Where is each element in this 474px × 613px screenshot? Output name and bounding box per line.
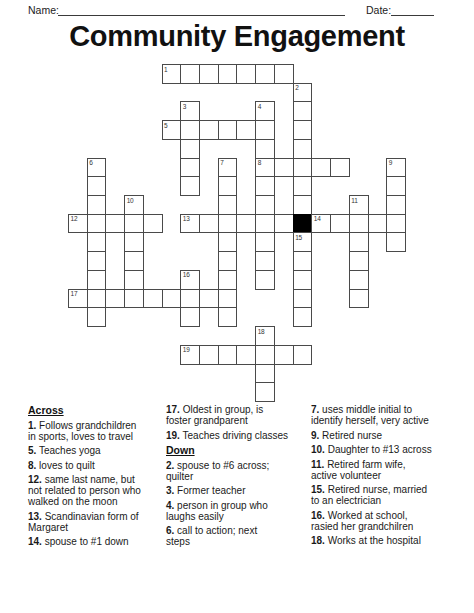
grid-cell[interactable] (180, 120, 200, 140)
date-label: Date: (366, 4, 391, 16)
grid-cell[interactable] (105, 214, 125, 234)
grid-cell[interactable]: 3 (180, 101, 200, 121)
grid-cell[interactable] (349, 289, 369, 309)
grid-cell[interactable] (124, 289, 144, 309)
grid-cell[interactable] (87, 214, 107, 234)
grid-cell[interactable] (255, 270, 275, 290)
grid-cell[interactable] (349, 251, 369, 271)
grid-cell[interactable] (255, 64, 275, 84)
clue-10: 10. Daughter to #13 across (311, 444, 463, 455)
grid-cell[interactable] (87, 232, 107, 252)
clue-17: 17. Oldest in group, is foster grandpare… (166, 404, 305, 426)
clue-number: 16 (183, 271, 190, 278)
clue-8: 8. loves to quilt (28, 460, 162, 471)
clue-number: 9 (389, 159, 392, 166)
grid-cell[interactable]: 5 (162, 120, 182, 140)
clue-number: 11 (351, 197, 357, 204)
grid-cell[interactable] (218, 214, 238, 234)
grid-cell[interactable] (218, 251, 238, 271)
name-line[interactable] (58, 2, 345, 16)
grid-cell[interactable]: 10 (124, 195, 144, 215)
date-line[interactable] (391, 2, 434, 16)
clue-number: 18 (258, 328, 265, 335)
clue-1: 1. Follows grandchildren in sports, love… (28, 420, 162, 442)
name-label: Name: (28, 4, 59, 16)
grid-cell[interactable]: 6 (87, 158, 107, 178)
grid-cell[interactable] (87, 195, 107, 215)
clue-number: 7 (220, 159, 223, 166)
grid-cell[interactable] (180, 307, 200, 327)
grid-cell[interactable] (293, 176, 313, 196)
clue-number: 19 (183, 346, 190, 353)
grid-cell[interactable] (143, 289, 163, 309)
clue-12: 12. same last name, but not related to p… (28, 474, 162, 507)
grid-cell[interactable] (218, 176, 238, 196)
clues-column-middle: 17. Oldest in group, is foster grandpare… (166, 404, 305, 551)
grid-cell[interactable] (386, 176, 406, 196)
grid-cell[interactable] (255, 139, 275, 159)
clue-number: 3 (183, 103, 186, 110)
clue-7: 7. uses middle initial to identify herse… (311, 404, 463, 426)
grid-cell[interactable] (255, 251, 275, 271)
grid-cell[interactable] (236, 64, 256, 84)
grid-cell[interactable] (255, 232, 275, 252)
grid-cell[interactable] (293, 251, 313, 271)
grid-cell[interactable] (180, 158, 200, 178)
grid-cell[interactable] (368, 214, 388, 234)
grid-cell[interactable] (293, 158, 313, 178)
grid-cell[interactable] (218, 64, 238, 84)
grid-cell[interactable] (124, 251, 144, 271)
clue-number: 17 (71, 290, 78, 297)
grid-cell[interactable] (255, 364, 275, 384)
clue-number: 10 (127, 197, 134, 204)
crossword-grid: 12345678910111213141516171819 (68, 64, 406, 402)
clue-13: 13. Scandinavian form of Margaret (28, 511, 162, 533)
grid-cell[interactable] (293, 195, 313, 215)
grid-cell[interactable]: 7 (218, 158, 238, 178)
grid-cell[interactable]: 1 (162, 64, 182, 84)
grid-cell[interactable] (218, 270, 238, 290)
grid-cell[interactable]: 9 (386, 158, 406, 178)
page-title: Community Engagement (0, 20, 474, 53)
grid-cell[interactable]: 4 (255, 101, 275, 121)
clue-2: 2. spouse to #6 across; quilter (166, 460, 305, 482)
grid-cell[interactable] (349, 232, 369, 252)
grid-cell[interactable]: 14 (311, 214, 331, 234)
grid-cell[interactable]: 12 (68, 214, 88, 234)
clue-number: 13 (183, 215, 190, 222)
grid-cell[interactable]: 11 (349, 195, 369, 215)
clues-column-right: 7. uses middle initial to identify herse… (311, 404, 463, 550)
grid-cell[interactable] (236, 214, 256, 234)
grid-cell[interactable] (199, 289, 219, 309)
grid-cell[interactable] (87, 251, 107, 271)
grid-cell[interactable] (386, 232, 406, 252)
clue-section-header: Down (166, 444, 305, 456)
grid-cell[interactable] (236, 120, 256, 140)
grid-cell[interactable] (218, 232, 238, 252)
grid-cell[interactable] (180, 289, 200, 309)
clues-column-left: Across1. Follows grandchildren in sports… (28, 404, 162, 551)
grid-cell[interactable] (274, 158, 294, 178)
grid-cell[interactable] (330, 158, 350, 178)
grid-cell[interactable] (124, 214, 144, 234)
clue-5: 5. Teaches yoga (28, 445, 162, 456)
clue-4: 4. person in group who laughs easily (166, 500, 305, 522)
grid-cell[interactable] (218, 195, 238, 215)
clue-number: 5 (164, 122, 167, 129)
grid-cell[interactable] (293, 307, 313, 327)
grid-cell[interactable] (386, 214, 406, 234)
clue-number: 12 (71, 215, 78, 222)
grid-cell[interactable] (293, 289, 313, 309)
grid-cell[interactable] (274, 64, 294, 84)
grid-cell[interactable] (180, 139, 200, 159)
grid-cell[interactable] (87, 176, 107, 196)
grid-cell[interactable] (162, 289, 182, 309)
clue-3: 3. Former teacher (166, 485, 305, 496)
grid-cell[interactable] (180, 64, 200, 84)
grid-cell[interactable] (255, 195, 275, 215)
clue-9: 9. Retired nurse (311, 430, 463, 441)
clue-18: 18. Works at the hospital (311, 535, 463, 546)
grid-cell[interactable]: 2 (293, 83, 313, 103)
grid-cell[interactable]: 19 (180, 345, 200, 365)
grid-cell[interactable] (311, 158, 331, 178)
grid-cell[interactable]: 17 (68, 289, 88, 309)
grid-cell[interactable] (236, 345, 256, 365)
grid-cell[interactable]: 8 (255, 158, 275, 178)
grid-cell[interactable]: 16 (180, 270, 200, 290)
clue-6: 6. call to action; next steps (166, 525, 305, 547)
clue-15: 15. Retired nurse, married to an electri… (311, 484, 463, 506)
grid-cell[interactable] (293, 345, 313, 365)
grid-cell[interactable] (218, 345, 238, 365)
clue-16: 16. Worked at school, rasied her grandch… (311, 510, 463, 532)
clue-number: 14 (314, 215, 321, 222)
grid-cell[interactable] (255, 214, 275, 234)
grid-cell[interactable] (218, 120, 238, 140)
grid-cell[interactable] (124, 270, 144, 290)
grid-cell[interactable] (293, 270, 313, 290)
black-cell (293, 214, 313, 234)
grid-cell[interactable] (180, 176, 200, 196)
grid-cell[interactable] (255, 345, 275, 365)
clue-number: 6 (89, 159, 92, 166)
grid-cell[interactable] (386, 195, 406, 215)
grid-cell[interactable] (199, 120, 219, 140)
grid-cell[interactable] (274, 345, 294, 365)
grid-cell[interactable] (105, 289, 125, 309)
grid-cell[interactable] (87, 289, 107, 309)
grid-cell[interactable]: 13 (180, 214, 200, 234)
grid-cell[interactable] (349, 214, 369, 234)
grid-cell[interactable] (274, 214, 294, 234)
grid-cell[interactable] (143, 214, 163, 234)
clue-11: 11. Retired farm wife, active volunteer (311, 459, 463, 481)
clue-number: 15 (295, 234, 302, 241)
grid-cell[interactable] (255, 382, 275, 402)
clue-number: 2 (295, 84, 298, 91)
grid-cell[interactable] (87, 307, 107, 327)
grid-cell[interactable]: 15 (293, 232, 313, 252)
clue-section-header: Across (28, 404, 162, 416)
grid-cell[interactable] (199, 64, 219, 84)
clue-number: 1 (164, 66, 167, 73)
grid-cell[interactable] (330, 214, 350, 234)
clue-19: 19. Teaches driving classes (166, 430, 305, 441)
grid-cell[interactable] (293, 120, 313, 140)
grid-cell[interactable] (218, 307, 238, 327)
grid-cell[interactable] (124, 232, 144, 252)
clue-14: 14. spouse to #1 down (28, 536, 162, 547)
grid-cell[interactable] (293, 139, 313, 159)
grid-cell[interactable]: 18 (255, 326, 275, 346)
grid-cell[interactable] (218, 289, 238, 309)
grid-cell[interactable] (349, 270, 369, 290)
grid-cell[interactable] (255, 120, 275, 140)
grid-cell[interactable] (199, 214, 219, 234)
grid-cell[interactable] (87, 270, 107, 290)
worksheet-page: Name: Date: Community Engagement 1234567… (0, 0, 474, 613)
clue-number: 8 (258, 159, 261, 166)
grid-cell[interactable] (199, 345, 219, 365)
grid-cell[interactable] (293, 101, 313, 121)
grid-cell[interactable] (255, 176, 275, 196)
clue-number: 4 (258, 103, 261, 110)
